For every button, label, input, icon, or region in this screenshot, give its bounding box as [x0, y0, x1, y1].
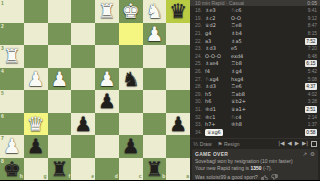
move-row: 22.a3♗a57:52 — [190, 37, 320, 45]
share-icon[interactable]: ↗ — [302, 151, 307, 157]
move-number: 33. — [192, 121, 202, 128]
black-move[interactable]: O-O — [231, 15, 257, 22]
move-time: 4:02 — [308, 91, 317, 98]
black-pawn-piece[interactable]: ♟ — [71, 113, 95, 136]
black-king-piece[interactable]: ♚ — [0, 158, 24, 181]
white-queen-piece[interactable]: ♛ — [24, 113, 48, 136]
black-move[interactable]: ♕a1+ — [231, 106, 257, 113]
square-g8[interactable]: g — [24, 158, 48, 181]
sidebar: 10 min Rapid · Casual 0:05 18.♗e3♘c69:41… — [190, 0, 320, 180]
black-pawn-piece[interactable]: ♟ — [24, 135, 48, 158]
expand-icon[interactable] — [311, 141, 317, 147]
square-f3[interactable] — [48, 45, 72, 68]
square-b2[interactable]: ♟ — [143, 23, 167, 46]
move-number: 19. — [192, 15, 202, 22]
square-d1[interactable]: ♜ — [95, 0, 119, 23]
move-time: 0:58 — [305, 129, 317, 136]
settings-icon[interactable]: ⚙ — [310, 151, 315, 157]
square-f1[interactable] — [48, 0, 72, 23]
black-move[interactable]: ♖b8 — [231, 60, 257, 67]
square-g1[interactable] — [24, 0, 48, 23]
move-number: 22. — [192, 38, 202, 45]
black-move[interactable]: ♖ab8 — [231, 91, 257, 98]
half-point-icon: ½ — [193, 141, 198, 147]
black-move[interactable]: ♖e6 — [231, 83, 257, 90]
rank-label: 1 — [1, 1, 4, 6]
square-b4[interactable] — [143, 68, 167, 91]
white-king-piece[interactable]: ♚ — [119, 0, 143, 23]
file-label: d — [115, 174, 118, 179]
move-list[interactable]: 18.♗e3♘c69:4119.♗c2O-O9:1220.♕d2♖e88:472… — [190, 6, 320, 138]
move-time: 7:52 — [305, 38, 317, 45]
move-row: 21.g4♗b48:15 — [190, 30, 320, 38]
square-g7[interactable]: ♟ — [24, 135, 48, 158]
square-b8[interactable]: b♜ — [143, 158, 167, 181]
move-time: 3:28 — [308, 98, 317, 105]
white-move[interactable]: ♕xg6 — [205, 129, 223, 136]
square-a1[interactable]: ♛ — [166, 0, 190, 23]
square-d7[interactable] — [95, 135, 119, 158]
good-sport-row: Was soloist99 a good sport? — [195, 174, 315, 181]
square-a5[interactable] — [166, 90, 190, 113]
move-time: 5:08 — [308, 76, 317, 83]
white-move[interactable]: ♗d3 — [205, 45, 231, 52]
rank-label: 5 — [1, 91, 4, 96]
good-sport-question: Was soloist99 a good sport? — [195, 174, 258, 180]
move-row: 18.♗e3♘c69:41 — [190, 7, 320, 15]
square-b6[interactable] — [143, 113, 167, 136]
square-e1[interactable] — [71, 0, 95, 23]
move-number: 34. — [192, 129, 202, 136]
white-move[interactable]: ♔d1 — [205, 106, 231, 113]
square-c5[interactable] — [119, 90, 143, 113]
square-c6[interactable] — [119, 113, 143, 136]
square-c1[interactable]: ♚ — [119, 0, 143, 23]
black-move[interactable]: hxg4 — [231, 76, 257, 83]
move-row: 32.♔c1♘c42:14 — [190, 113, 320, 121]
move-row: 25.♗xe4♖b86:15 — [190, 60, 320, 68]
move-number: 28. — [192, 83, 202, 90]
black-rook-piece[interactable]: ♜ — [48, 158, 72, 181]
square-f6[interactable] — [48, 113, 72, 136]
move-time: 5:42 — [308, 68, 317, 75]
game-over-title: GAME OVER — [195, 151, 228, 157]
square-e7[interactable] — [71, 135, 95, 158]
controls-bar: ½ Draw ⚑ Resign |◀ ◀ ▶ ▶| — [190, 138, 320, 148]
rating-text: Your new Rapid rating is 1350 (-7). — [195, 166, 315, 172]
result-text: Sovebagl won by resignation (10 min fast… — [195, 159, 315, 165]
last-move-button[interactable]: ▶| — [302, 139, 308, 148]
flag-icon: ⚑ — [218, 141, 223, 147]
square-e5[interactable] — [71, 90, 95, 113]
square-e8[interactable]: e — [71, 158, 95, 181]
square-g6[interactable]: ♛ — [24, 113, 48, 136]
black-move[interactable]: ♗g4 — [231, 68, 257, 75]
white-pawn-piece[interactable]: ♟ — [24, 68, 48, 91]
move-number: 30. — [192, 98, 202, 105]
file-label: g — [43, 174, 46, 179]
move-time: 4:37 — [305, 83, 317, 90]
square-g3[interactable] — [24, 45, 48, 68]
white-pawn-piece[interactable]: ♟ — [95, 68, 119, 91]
previous-move-button[interactable]: ◀ — [287, 139, 291, 148]
square-e6[interactable]: ♟ — [71, 113, 95, 136]
thumbs-up-icon[interactable] — [261, 174, 268, 181]
black-pawn-piece[interactable]: ♟ — [95, 90, 119, 113]
white-move[interactable]: ♗d3 — [205, 83, 231, 90]
black-knight-piece[interactable]: ♞ — [119, 68, 143, 91]
square-b3[interactable] — [143, 45, 167, 68]
square-h8[interactable]: 8h♚ — [0, 158, 24, 181]
square-e4[interactable] — [71, 68, 95, 91]
draw-button[interactable]: ½ Draw — [193, 141, 212, 147]
black-move[interactable]: ♗a5 — [231, 38, 257, 45]
white-move[interactable]: g4 — [205, 30, 231, 37]
move-row: 19.♗c2O-O9:12 — [190, 15, 320, 23]
white-rook-piece[interactable]: ♜ — [0, 45, 24, 68]
app-window: 1♜♚♞♛2♟3♜4♟♟♟♞5♟6♛♟♟7♟♟♟8h♚gf♜edcb♜a 10 … — [0, 0, 320, 180]
white-move[interactable]: h5 — [205, 91, 231, 98]
white-pawn-piece[interactable]: ♟ — [48, 68, 72, 91]
rank-label: 4 — [1, 69, 4, 74]
move-number: 24. — [192, 53, 202, 60]
white-rook-piece[interactable]: ♜ — [95, 0, 119, 23]
move-number: 25. — [192, 60, 202, 67]
square-f8[interactable]: f♜ — [48, 158, 72, 181]
black-move[interactable]: ♔h8 — [231, 121, 257, 128]
square-h3[interactable]: 3♜ — [0, 45, 24, 68]
move-row: 27.♘xg4hxg45:08 — [190, 75, 320, 83]
white-move[interactable]: ♘xg4 — [205, 76, 231, 83]
file-label: c — [139, 174, 142, 179]
square-e2[interactable] — [71, 23, 95, 46]
white-pawn-piece[interactable]: ♟ — [0, 135, 24, 158]
move-row: 30.h6♕b2+3:28 — [190, 98, 320, 106]
file-label: e — [91, 174, 94, 179]
move-row: 20.♕d2♖e88:47 — [190, 22, 320, 30]
square-h7[interactable]: 7♟ — [0, 135, 24, 158]
square-a8[interactable]: a — [166, 158, 190, 181]
move-time: 6:48 — [308, 53, 317, 60]
move-row: 24.O-O-Oexd46:48 — [190, 53, 320, 61]
game-over-panel: GAME OVER ↗ ⚙ Sovebagl won by resignatio… — [192, 149, 318, 180]
white-move[interactable]: ♗c2 — [205, 15, 231, 22]
move-time: 2:14 — [308, 114, 317, 121]
move-row: 23.♗d3e57:20 — [190, 45, 320, 53]
square-c4[interactable]: ♞ — [119, 68, 143, 91]
black-queen-piece[interactable]: ♛ — [166, 0, 190, 23]
square-b1[interactable]: ♞ — [143, 0, 167, 23]
black-move[interactable]: ♘c4 — [231, 114, 257, 121]
square-h1[interactable]: 1 — [0, 0, 24, 23]
move-row: 31.♔d1♕a1+2:51 — [190, 106, 320, 114]
move-number: 31. — [192, 106, 202, 113]
move-time: 6:15 — [305, 60, 317, 67]
move-number: 32. — [192, 114, 202, 121]
move-row: 28.♗d3♖e64:37 — [190, 83, 320, 91]
black-move[interactable]: ♕b2+ — [231, 98, 257, 105]
move-navigation: |◀ ◀ ▶ ▶| — [278, 139, 317, 148]
square-h6[interactable]: 6 — [0, 113, 24, 136]
square-a4[interactable] — [166, 68, 190, 91]
square-a3[interactable] — [166, 45, 190, 68]
move-time: 9:12 — [308, 15, 317, 22]
chess-board[interactable]: 1♜♚♞♛2♟3♜4♟♟♟♞5♟6♛♟♟7♟♟♟8h♚gf♜edcb♜a — [0, 0, 190, 180]
move-time: 9:41 — [308, 7, 317, 14]
black-move[interactable]: exd4 — [231, 53, 257, 60]
thumbs-down-icon[interactable] — [271, 174, 278, 181]
draw-label: Draw — [200, 141, 212, 147]
white-move[interactable]: h7+ — [205, 121, 231, 128]
square-g4[interactable]: ♟ — [24, 68, 48, 91]
white-pawn-piece[interactable]: ♟ — [143, 23, 167, 46]
move-number: 26. — [192, 68, 202, 75]
square-c8[interactable]: c — [119, 158, 143, 181]
square-h2[interactable]: 2 — [0, 23, 24, 46]
move-time: 8:15 — [308, 30, 317, 37]
move-number: 27. — [192, 76, 202, 83]
move-time: 8:47 — [308, 22, 317, 29]
square-c7[interactable]: ♟ — [119, 135, 143, 158]
square-a6[interactable]: ♟ — [166, 113, 190, 136]
black-move[interactable]: e5 — [231, 45, 257, 52]
black-rook-piece[interactable]: ♜ — [143, 158, 167, 181]
square-c2[interactable] — [119, 23, 143, 46]
square-d4[interactable]: ♟ — [95, 68, 119, 91]
rank-label: 2 — [1, 24, 4, 29]
move-number: 20. — [192, 22, 202, 29]
move-number: 18. — [192, 7, 202, 14]
square-a7[interactable] — [166, 135, 190, 158]
black-move[interactable]: ♗b4 — [231, 30, 257, 37]
square-e3[interactable] — [71, 45, 95, 68]
move-time: 7:20 — [308, 45, 317, 52]
square-d2[interactable] — [95, 23, 119, 46]
resign-button[interactable]: ⚑ Resign — [218, 141, 240, 147]
white-move[interactable]: a3 — [205, 38, 231, 45]
black-move[interactable]: ♖e8 — [231, 22, 257, 29]
square-f5[interactable] — [48, 90, 72, 113]
move-row: 29.h5♖ab84:02 — [190, 91, 320, 99]
rating-value: 1350 — [250, 166, 261, 171]
square-d8[interactable]: d — [95, 158, 119, 181]
move-row: 34.♕xg60:58 — [190, 129, 320, 137]
white-move[interactable]: ♔c1 — [205, 114, 231, 121]
rank-label: 6 — [1, 114, 4, 119]
square-f7[interactable] — [48, 135, 72, 158]
move-number: 29. — [192, 91, 202, 98]
black-pawn-piece[interactable]: ♟ — [119, 135, 143, 158]
move-row: 33.h7+♔h81:37 — [190, 121, 320, 129]
move-number: 23. — [192, 45, 202, 52]
square-b7[interactable] — [143, 135, 167, 158]
square-h5[interactable]: 5 — [0, 90, 24, 113]
square-b5[interactable] — [143, 90, 167, 113]
move-time: 2:51 — [305, 106, 317, 113]
square-c3[interactable] — [119, 45, 143, 68]
first-move-button[interactable]: |◀ — [278, 139, 284, 148]
white-move[interactable]: O-O-O — [205, 53, 231, 60]
square-f4[interactable]: ♟ — [48, 68, 72, 91]
square-d6[interactable] — [95, 113, 119, 136]
move-time: 1:37 — [308, 121, 317, 128]
square-g5[interactable] — [24, 90, 48, 113]
square-a2[interactable] — [166, 23, 190, 46]
resign-label: Resign — [224, 141, 240, 147]
black-pawn-piece[interactable]: ♟ — [166, 113, 190, 136]
square-d5[interactable]: ♟ — [95, 90, 119, 113]
square-d3[interactable] — [95, 45, 119, 68]
black-move[interactable]: ♘c6 — [231, 7, 257, 14]
square-g2[interactable] — [24, 23, 48, 46]
white-move[interactable]: ♗xe4 — [205, 60, 231, 67]
white-knight-piece[interactable]: ♞ — [143, 0, 167, 23]
white-move[interactable]: ♕d2 — [205, 22, 231, 29]
white-move[interactable]: h6 — [205, 98, 231, 105]
move-number: 21. — [192, 30, 202, 37]
next-move-button[interactable]: ▶ — [295, 139, 299, 148]
square-f2[interactable] — [48, 23, 72, 46]
white-move[interactable]: ♗e3 — [205, 7, 231, 14]
file-label: a — [186, 174, 189, 179]
white-move[interactable]: f4 — [205, 68, 231, 75]
move-row: 26.f4♗g45:42 — [190, 68, 320, 76]
square-h4[interactable]: 4 — [0, 68, 24, 91]
